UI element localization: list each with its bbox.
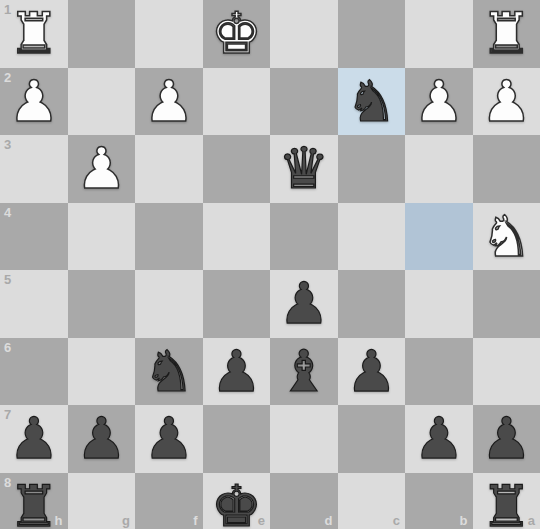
piece-black-rook-h8[interactable]: ♜ [8,473,59,529]
square-g4[interactable] [68,203,136,271]
square-f5[interactable] [135,270,203,338]
piece-black-pawn-c6[interactable]: ♟ [346,338,397,405]
square-e2[interactable] [203,68,271,136]
square-e1[interactable]: ♚ [203,0,271,68]
square-c2[interactable]: ♞ [338,68,406,136]
square-f3[interactable] [135,135,203,203]
piece-white-king-e1[interactable]: ♚ [211,0,262,67]
square-b6[interactable] [405,338,473,406]
square-h6[interactable]: 6 [0,338,68,406]
square-d7[interactable] [270,405,338,473]
square-g3[interactable]: ♟ [68,135,136,203]
file-label-b: b [460,513,468,528]
square-e5[interactable] [203,270,271,338]
square-c7[interactable] [338,405,406,473]
square-a8[interactable]: a♜ [473,473,540,529]
piece-white-pawn-b2[interactable]: ♟ [413,68,464,135]
file-label-g: g [122,513,130,528]
square-h8[interactable]: 8h♜ [0,473,68,529]
square-c3[interactable] [338,135,406,203]
square-a1[interactable]: ♜ [473,0,540,68]
square-e6[interactable]: ♟ [203,338,271,406]
piece-black-pawn-g7[interactable]: ♟ [76,405,127,472]
file-label-d: d [325,513,333,528]
file-label-f: f [193,513,197,528]
square-c8[interactable]: c [338,473,406,529]
piece-black-pawn-h7[interactable]: ♟ [8,405,59,472]
square-e4[interactable] [203,203,271,271]
square-e7[interactable] [203,405,271,473]
square-f2[interactable]: ♟ [135,68,203,136]
square-d2[interactable] [270,68,338,136]
square-h5[interactable]: 5 [0,270,68,338]
square-b1[interactable] [405,0,473,68]
chess-app-viewport: 1♜♚♜2♟♟♞♟♟3♟♛4♞5♟6♞♟♝♟7♟♟♟♟♟8h♜gfe♚dcba♜ [0,0,540,529]
square-d6[interactable]: ♝ [270,338,338,406]
square-h4[interactable]: 4 [0,203,68,271]
rank-label-3: 3 [4,137,11,152]
square-f8[interactable]: f [135,473,203,529]
rank-label-5: 5 [4,272,11,287]
square-a4[interactable]: ♞ [473,203,540,271]
square-g5[interactable] [68,270,136,338]
square-a6[interactable] [473,338,540,406]
square-f6[interactable]: ♞ [135,338,203,406]
piece-black-queen-d3[interactable]: ♛ [278,135,329,202]
square-h1[interactable]: 1♜ [0,0,68,68]
square-g2[interactable] [68,68,136,136]
piece-black-pawn-d5[interactable]: ♟ [278,270,329,337]
chess-board: 1♜♚♜2♟♟♞♟♟3♟♛4♞5♟6♞♟♝♟7♟♟♟♟♟8h♜gfe♚dcba♜ [0,0,540,529]
rank-label-4: 4 [4,205,11,220]
piece-black-pawn-a7[interactable]: ♟ [481,405,532,472]
square-a3[interactable] [473,135,540,203]
square-g1[interactable] [68,0,136,68]
square-c4[interactable] [338,203,406,271]
square-c6[interactable]: ♟ [338,338,406,406]
square-a2[interactable]: ♟ [473,68,540,136]
square-d3[interactable]: ♛ [270,135,338,203]
square-a5[interactable] [473,270,540,338]
piece-black-rook-a8[interactable]: ♜ [481,473,532,529]
square-f7[interactable]: ♟ [135,405,203,473]
square-b7[interactable]: ♟ [405,405,473,473]
piece-white-pawn-a2[interactable]: ♟ [481,68,532,135]
piece-black-bishop-d6[interactable]: ♝ [278,338,329,405]
square-f1[interactable] [135,0,203,68]
rank-label-6: 6 [4,340,11,355]
square-b4[interactable] [405,203,473,271]
square-g6[interactable] [68,338,136,406]
piece-white-rook-a1[interactable]: ♜ [481,0,532,67]
square-e3[interactable] [203,135,271,203]
piece-black-pawn-b7[interactable]: ♟ [413,405,464,472]
square-g8[interactable]: g [68,473,136,529]
square-b8[interactable]: b [405,473,473,529]
square-b2[interactable]: ♟ [405,68,473,136]
square-h7[interactable]: 7♟ [0,405,68,473]
piece-black-pawn-e6[interactable]: ♟ [211,338,262,405]
piece-white-pawn-h2[interactable]: ♟ [8,68,59,135]
square-h2[interactable]: 2♟ [0,68,68,136]
piece-white-rook-h1[interactable]: ♜ [8,0,59,67]
piece-black-knight-c2[interactable]: ♞ [346,68,397,135]
file-label-c: c [393,513,400,528]
piece-white-pawn-f2[interactable]: ♟ [143,68,194,135]
square-d8[interactable]: d [270,473,338,529]
square-g7[interactable]: ♟ [68,405,136,473]
square-h3[interactable]: 3 [0,135,68,203]
square-c1[interactable] [338,0,406,68]
piece-white-pawn-g3[interactable]: ♟ [76,135,127,202]
square-e8[interactable]: e♚ [203,473,271,529]
piece-black-knight-f6[interactable]: ♞ [143,338,194,405]
square-a7[interactable]: ♟ [473,405,540,473]
square-d4[interactable] [270,203,338,271]
square-c5[interactable] [338,270,406,338]
square-f4[interactable] [135,203,203,271]
piece-black-pawn-f7[interactable]: ♟ [143,405,194,472]
square-b3[interactable] [405,135,473,203]
piece-black-king-e8[interactable]: ♚ [211,473,262,529]
square-d1[interactable] [270,0,338,68]
square-b5[interactable] [405,270,473,338]
square-d5[interactable]: ♟ [270,270,338,338]
piece-white-knight-a4[interactable]: ♞ [481,203,532,270]
